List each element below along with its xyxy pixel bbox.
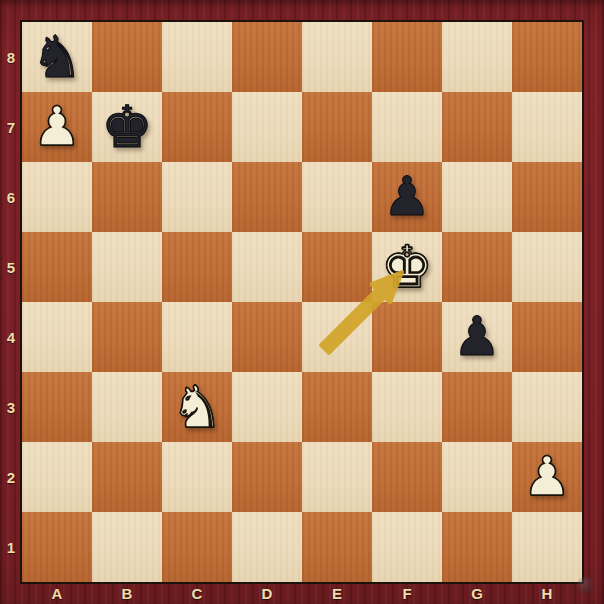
square-b4[interactable] xyxy=(92,302,162,372)
black-pawn[interactable]: ♟ xyxy=(383,162,431,232)
square-f5[interactable]: ♚ xyxy=(372,232,442,302)
square-b3[interactable] xyxy=(92,372,162,442)
square-g1[interactable] xyxy=(442,512,512,582)
square-e8[interactable] xyxy=(302,22,372,92)
square-a3[interactable] xyxy=(22,372,92,442)
square-c8[interactable] xyxy=(162,22,232,92)
file-label-h: H xyxy=(512,582,582,604)
square-d7[interactable] xyxy=(232,92,302,162)
square-g4[interactable]: ♟ xyxy=(442,302,512,372)
white-pawn[interactable]: ♟ xyxy=(33,92,81,162)
square-c7[interactable] xyxy=(162,92,232,162)
square-c2[interactable] xyxy=(162,442,232,512)
square-f3[interactable] xyxy=(372,372,442,442)
square-h8[interactable] xyxy=(512,22,582,92)
square-f2[interactable] xyxy=(372,442,442,512)
rank-label-2: 2 xyxy=(0,442,22,512)
rank-label-8: 8 xyxy=(0,22,22,92)
square-d6[interactable] xyxy=(232,162,302,232)
square-g6[interactable] xyxy=(442,162,512,232)
white-pawn[interactable]: ♟ xyxy=(523,442,571,512)
square-c4[interactable] xyxy=(162,302,232,372)
square-d8[interactable] xyxy=(232,22,302,92)
square-f7[interactable] xyxy=(372,92,442,162)
square-g2[interactable] xyxy=(442,442,512,512)
square-e2[interactable] xyxy=(302,442,372,512)
square-b7[interactable]: ♚ xyxy=(92,92,162,162)
square-f6[interactable]: ♟ xyxy=(372,162,442,232)
square-a1[interactable] xyxy=(22,512,92,582)
square-c3[interactable]: ♞ xyxy=(162,372,232,442)
square-a6[interactable] xyxy=(22,162,92,232)
black-king[interactable]: ♚ xyxy=(101,92,153,162)
file-label-e: E xyxy=(302,582,372,604)
file-label-d: D xyxy=(232,582,302,604)
square-h5[interactable] xyxy=(512,232,582,302)
square-c6[interactable] xyxy=(162,162,232,232)
square-h6[interactable] xyxy=(512,162,582,232)
square-f1[interactable] xyxy=(372,512,442,582)
rank-label-6: 6 xyxy=(0,162,22,232)
square-h7[interactable] xyxy=(512,92,582,162)
square-h2[interactable]: ♟ xyxy=(512,442,582,512)
square-a8[interactable]: ♞ xyxy=(22,22,92,92)
square-d4[interactable] xyxy=(232,302,302,372)
watermark-dot xyxy=(577,577,594,594)
square-b5[interactable] xyxy=(92,232,162,302)
square-b8[interactable] xyxy=(92,22,162,92)
square-c5[interactable] xyxy=(162,232,232,302)
file-label-b: B xyxy=(92,582,162,604)
square-d5[interactable] xyxy=(232,232,302,302)
black-knight[interactable]: ♞ xyxy=(31,22,83,92)
square-h4[interactable] xyxy=(512,302,582,372)
square-b1[interactable] xyxy=(92,512,162,582)
black-pawn[interactable]: ♟ xyxy=(453,302,501,372)
white-king[interactable]: ♚ xyxy=(381,232,433,302)
square-e5[interactable] xyxy=(302,232,372,302)
square-e6[interactable] xyxy=(302,162,372,232)
rank-label-7: 7 xyxy=(0,92,22,162)
square-f8[interactable] xyxy=(372,22,442,92)
file-label-f: F xyxy=(372,582,442,604)
square-h1[interactable] xyxy=(512,512,582,582)
square-b2[interactable] xyxy=(92,442,162,512)
square-g5[interactable] xyxy=(442,232,512,302)
square-a7[interactable]: ♟ xyxy=(22,92,92,162)
board-frame: ♞♟♚♟♚♟♞♟ 87654321 ABCDEFGH xyxy=(0,0,604,604)
square-d1[interactable] xyxy=(232,512,302,582)
rank-label-1: 1 xyxy=(0,512,22,582)
square-a2[interactable] xyxy=(22,442,92,512)
square-f4[interactable] xyxy=(372,302,442,372)
square-g8[interactable] xyxy=(442,22,512,92)
square-c1[interactable] xyxy=(162,512,232,582)
rank-label-3: 3 xyxy=(0,372,22,442)
square-h3[interactable] xyxy=(512,372,582,442)
square-a4[interactable] xyxy=(22,302,92,372)
square-e4[interactable] xyxy=(302,302,372,372)
file-label-c: C xyxy=(162,582,232,604)
chess-board: ♞♟♚♟♚♟♞♟ xyxy=(22,22,582,582)
square-g3[interactable] xyxy=(442,372,512,442)
square-d3[interactable] xyxy=(232,372,302,442)
square-d2[interactable] xyxy=(232,442,302,512)
rank-label-4: 4 xyxy=(0,302,22,372)
file-label-g: G xyxy=(442,582,512,604)
square-e3[interactable] xyxy=(302,372,372,442)
file-label-a: A xyxy=(22,582,92,604)
square-b6[interactable] xyxy=(92,162,162,232)
square-e1[interactable] xyxy=(302,512,372,582)
square-g7[interactable] xyxy=(442,92,512,162)
square-a5[interactable] xyxy=(22,232,92,302)
white-knight[interactable]: ♞ xyxy=(171,372,223,442)
rank-label-5: 5 xyxy=(0,232,22,302)
square-e7[interactable] xyxy=(302,92,372,162)
